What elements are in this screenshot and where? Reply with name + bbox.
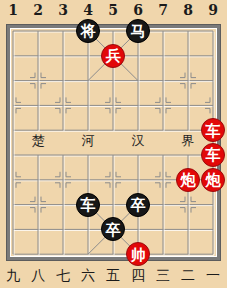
piece-glyph: 车 bbox=[206, 123, 221, 138]
piece-glyph: 炮 bbox=[206, 172, 221, 187]
piece-red-chariot[interactable]: 车 bbox=[201, 118, 225, 142]
piece-black-soldier[interactable]: 卒 bbox=[126, 193, 150, 217]
piece-red-chariot[interactable]: 车 bbox=[201, 143, 225, 167]
piece-glyph: 马 bbox=[131, 23, 146, 38]
piece-glyph: 帅 bbox=[131, 247, 146, 262]
piece-glyph: 兵 bbox=[106, 48, 121, 63]
piece-black-chariot[interactable]: 车 bbox=[76, 193, 100, 217]
piece-red-general[interactable]: 帅 bbox=[126, 242, 150, 266]
piece-red-soldier[interactable]: 兵 bbox=[101, 44, 125, 68]
piece-glyph: 卒 bbox=[106, 222, 121, 237]
piece-black-soldier[interactable]: 卒 bbox=[101, 217, 125, 241]
piece-red-cannon[interactable]: 炮 bbox=[176, 168, 200, 192]
piece-glyph: 车 bbox=[81, 197, 96, 212]
piece-red-cannon[interactable]: 炮 bbox=[201, 168, 225, 192]
piece-glyph: 将 bbox=[81, 23, 96, 38]
piece-black-general[interactable]: 将 bbox=[76, 19, 100, 43]
piece-black-horse[interactable]: 马 bbox=[126, 19, 150, 43]
xiangqi-app: 1 2 3 4 5 6 7 8 9 楚 河 汉 界 将马兵车车炮炮车卒卒帅 九 … bbox=[0, 0, 227, 288]
pieces-layer[interactable]: 将马兵车车炮炮车卒卒帅 bbox=[1, 19, 226, 267]
piece-glyph: 炮 bbox=[181, 172, 196, 187]
piece-glyph: 卒 bbox=[131, 197, 146, 212]
piece-glyph: 车 bbox=[206, 147, 221, 162]
